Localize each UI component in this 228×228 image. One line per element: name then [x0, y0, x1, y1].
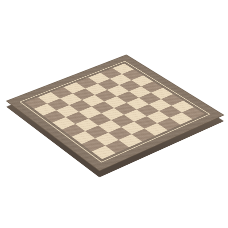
board-scene	[0, 0, 228, 228]
board-square	[104, 96, 126, 108]
chess-board	[25, 63, 205, 159]
maple-inlay-line	[19, 61, 210, 163]
board-square	[151, 88, 173, 99]
board-square	[51, 87, 73, 98]
product-photo-background	[0, 0, 228, 228]
board-square	[141, 82, 163, 93]
board-square	[88, 73, 109, 84]
board-square	[95, 90, 117, 101]
board-square	[98, 79, 120, 90]
board-square	[76, 77, 98, 88]
board-square	[119, 80, 141, 91]
board-square	[73, 89, 95, 100]
board-frame	[6, 54, 225, 171]
board-square	[131, 75, 153, 86]
board-square	[139, 93, 161, 105]
board-square	[127, 98, 149, 110]
board-square	[129, 86, 151, 97]
board-square	[64, 82, 86, 93]
board-square	[117, 91, 139, 103]
board-square	[110, 74, 132, 85]
board-square	[38, 92, 60, 104]
board-square	[122, 69, 143, 80]
board-square	[101, 68, 122, 79]
board-square	[161, 94, 183, 106]
board-square	[107, 85, 129, 96]
board-square	[60, 93, 82, 105]
board-square	[85, 84, 107, 95]
board-square	[82, 95, 104, 107]
board-square	[113, 63, 134, 74]
board-square	[25, 97, 47, 109]
